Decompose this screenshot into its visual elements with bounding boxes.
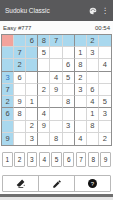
- numpad-button-1[interactable]: 1: [2, 152, 13, 167]
- cell-r4c6[interactable]: 5: [63, 72, 75, 84]
- cell-r7c8[interactable]: 1: [87, 108, 99, 120]
- cell-r5c4[interactable]: 2: [38, 84, 50, 96]
- cell-r6c7[interactable]: [75, 96, 87, 108]
- cell-r2c3[interactable]: [26, 47, 38, 59]
- cell-r1c5[interactable]: 7: [50, 35, 62, 47]
- hint-question-icon: ?: [88, 179, 97, 188]
- sudoku-board: 6872751326843645272936291845684132938938…: [1, 34, 112, 146]
- cell-r4c4[interactable]: [38, 72, 50, 84]
- cell-r3c3[interactable]: [26, 59, 38, 71]
- cell-r8c2[interactable]: [14, 121, 26, 133]
- cell-r2c2[interactable]: 7: [14, 47, 26, 59]
- cell-r7c5[interactable]: [50, 108, 62, 120]
- cell-r1c9[interactable]: [99, 35, 111, 47]
- cell-r6c3[interactable]: 1: [26, 96, 38, 108]
- cell-r6c8[interactable]: 4: [87, 96, 99, 108]
- numpad-button-2[interactable]: 2: [14, 152, 25, 167]
- cell-r7c3[interactable]: [26, 108, 38, 120]
- cell-r3c2[interactable]: 2: [14, 59, 26, 71]
- hint-button[interactable]: ?: [74, 176, 110, 191]
- toolbar: ?: [2, 175, 111, 192]
- numpad-button-8[interactable]: 8: [88, 152, 99, 167]
- cell-r8c5[interactable]: [50, 121, 62, 133]
- numpad-button-7[interactable]: 7: [76, 152, 87, 167]
- cell-r1c4[interactable]: 8: [38, 35, 50, 47]
- cell-r6c6[interactable]: 8: [63, 96, 75, 108]
- app-bar: Sudoku Classic ⋮: [0, 0, 113, 21]
- cell-r2c9[interactable]: [99, 47, 111, 59]
- cell-r9c6[interactable]: [63, 133, 75, 145]
- status-row: Easy #777 00:54: [0, 21, 113, 34]
- cell-r8c6[interactable]: 3: [63, 121, 75, 133]
- cell-r8c4[interactable]: 9: [38, 121, 50, 133]
- cell-r2c8[interactable]: 3: [87, 47, 99, 59]
- cell-r7c7[interactable]: [75, 108, 87, 120]
- numpad-button-5[interactable]: 5: [51, 152, 62, 167]
- overflow-menu-icon[interactable]: ⋮: [102, 7, 110, 15]
- numpad-button-9[interactable]: 9: [100, 152, 111, 167]
- cell-r4c1[interactable]: 3: [2, 72, 14, 84]
- cell-r1c2[interactable]: [14, 35, 26, 47]
- cell-r4c2[interactable]: 6: [14, 72, 26, 84]
- numpad-button-6[interactable]: 6: [63, 152, 74, 167]
- eraser-button[interactable]: [3, 176, 38, 191]
- cell-r5c6[interactable]: [63, 84, 75, 96]
- cell-r9c5[interactable]: 8: [50, 133, 62, 145]
- bottom-fill: [0, 197, 113, 200]
- cell-r9c1[interactable]: 9: [2, 133, 14, 145]
- pencil-button[interactable]: [38, 176, 74, 191]
- cell-r3c7[interactable]: 8: [75, 59, 87, 71]
- cell-r1c1[interactable]: [2, 35, 14, 47]
- cell-r3c8[interactable]: [87, 59, 99, 71]
- cell-r9c2[interactable]: [14, 133, 26, 145]
- cell-r8c9[interactable]: [99, 121, 111, 133]
- cell-r7c9[interactable]: 3: [99, 108, 111, 120]
- cell-r8c1[interactable]: [2, 121, 14, 133]
- cell-r3c9[interactable]: 4: [99, 59, 111, 71]
- cell-r4c5[interactable]: 4: [50, 72, 62, 84]
- cell-r3c4[interactable]: [38, 59, 50, 71]
- difficulty-label: Easy #777: [3, 25, 31, 31]
- cell-r8c8[interactable]: 8: [87, 121, 99, 133]
- cell-r6c1[interactable]: 2: [2, 96, 14, 108]
- cell-r3c6[interactable]: 6: [63, 59, 75, 71]
- number-pad: 123456789: [2, 152, 111, 167]
- cell-r2c7[interactable]: 1: [75, 47, 87, 59]
- cell-r7c2[interactable]: 8: [14, 108, 26, 120]
- numpad-button-4[interactable]: 4: [39, 152, 50, 167]
- cell-r8c3[interactable]: 2: [26, 121, 38, 133]
- cell-r2c1[interactable]: [2, 47, 14, 59]
- cell-r6c9[interactable]: 5: [99, 96, 111, 108]
- app-title: Sudoku Classic: [5, 7, 89, 14]
- cell-r9c8[interactable]: [87, 133, 99, 145]
- cell-r8c7[interactable]: [75, 121, 87, 133]
- cell-r3c5[interactable]: [50, 59, 62, 71]
- palette-icon[interactable]: [89, 7, 97, 15]
- cell-r9c7[interactable]: 4: [75, 133, 87, 145]
- cell-r2c4[interactable]: 5: [38, 47, 50, 59]
- cell-r4c7[interactable]: 2: [75, 72, 87, 84]
- cell-r7c1[interactable]: 6: [2, 108, 14, 120]
- cell-r1c8[interactable]: 2: [87, 35, 99, 47]
- cell-r6c5[interactable]: [50, 96, 62, 108]
- cell-r6c2[interactable]: 9: [14, 96, 26, 108]
- cell-r1c7[interactable]: [75, 35, 87, 47]
- cell-r9c9[interactable]: 2: [99, 133, 111, 145]
- cell-r5c1[interactable]: 7: [2, 84, 14, 96]
- cell-r9c3[interactable]: 3: [26, 133, 38, 145]
- cell-r4c3[interactable]: [26, 72, 38, 84]
- cell-r3c1[interactable]: [2, 59, 14, 71]
- cell-r5c7[interactable]: 3: [75, 84, 87, 96]
- cell-r5c2[interactable]: [14, 84, 26, 96]
- cell-r2c5[interactable]: [50, 47, 62, 59]
- cell-r7c4[interactable]: 4: [38, 108, 50, 120]
- cell-r2c6[interactable]: [63, 47, 75, 59]
- cell-r5c5[interactable]: 9: [50, 84, 62, 96]
- cell-r4c8[interactable]: [87, 72, 99, 84]
- cell-r1c6[interactable]: [63, 35, 75, 47]
- timer-label: 00:54: [95, 25, 110, 31]
- cell-r7c6[interactable]: [63, 108, 75, 120]
- cell-r6c4[interactable]: [38, 96, 50, 108]
- cell-r1c3[interactable]: 6: [26, 35, 38, 47]
- cell-r9c4[interactable]: [38, 133, 50, 145]
- numpad-button-3[interactable]: 3: [27, 152, 38, 167]
- cell-r4c9[interactable]: [99, 72, 111, 84]
- cell-r5c8[interactable]: 6: [87, 84, 99, 96]
- cell-r5c9[interactable]: [99, 84, 111, 96]
- cell-r5c3[interactable]: [26, 84, 38, 96]
